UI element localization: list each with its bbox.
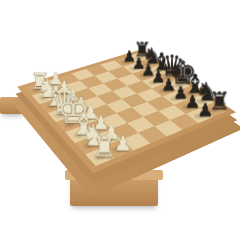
piece-black-rook: ♜ [127, 40, 157, 60]
piece-black-bishop: ♝ [177, 71, 211, 97]
board-frame: ♜♟♟♜♞♟♟♞♝♟♟♝♛♟♟♛♚♟♟♚♝♟♟♝♞♟♟♞♜♟♟♜ [17, 49, 236, 173]
chess-set-photo: ♜♟♟♜♞♟♟♞♝♟♟♝♛♟♟♛♚♟♟♚♝♟♟♝♞♟♟♞♜♟♟♜ [0, 0, 240, 240]
chessboard-scene: ♜♟♟♜♞♟♟♞♝♟♟♝♛♟♟♛♚♟♟♚♝♟♟♝♞♟♟♞♜♟♟♜ [43, 20, 201, 178]
piece-black-rook: ♜ [201, 90, 237, 114]
square-c1: ♝ [40, 99, 65, 113]
chessboard-tilt: ♜♟♟♜♞♟♟♞♝♟♟♝♛♟♟♛♚♟♟♚♝♟♟♝♞♟♟♞♜♟♟♜ [17, 49, 236, 173]
